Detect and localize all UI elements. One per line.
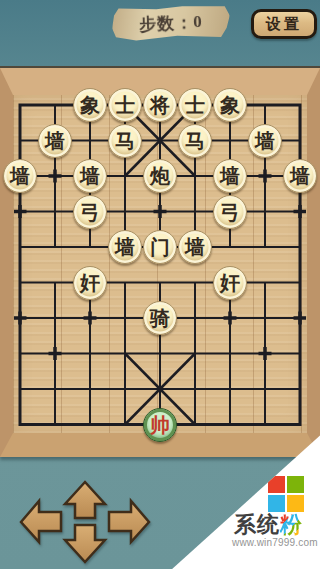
piece-墙: 墙: [178, 230, 212, 264]
piece-象: 象: [73, 88, 107, 122]
piece-士: 士: [108, 88, 142, 122]
settings-button-label: 设置: [266, 15, 302, 34]
piece-骑: 骑: [143, 301, 177, 335]
windows-logo-icon: [268, 476, 305, 513]
steps-counter-plaque: 步数：0: [111, 4, 230, 42]
dpad-left-button[interactable]: [21, 501, 61, 542]
brand-prefix: 系统: [234, 512, 280, 537]
dpad-up-button[interactable]: [65, 482, 105, 518]
brand-name: 系统粉: [234, 510, 318, 540]
piece-象: 象: [213, 88, 247, 122]
piece-奸: 奸: [213, 266, 247, 300]
piece-门: 门: [143, 230, 177, 264]
dpad: [18, 478, 154, 566]
piece-士: 士: [178, 88, 212, 122]
brand-suffix: 粉: [280, 512, 303, 537]
piece-弓: 弓: [73, 195, 107, 229]
piece-墙: 墙: [283, 159, 317, 193]
game-screen: 步数：0 设置 象士将士象墙马马墙墙墙炮墙墙弓弓墙门墙奸奸骑帅 系统粉 www.…: [0, 0, 320, 569]
piece-帅[interactable]: 帅: [143, 408, 177, 442]
piece-墙: 墙: [213, 159, 247, 193]
piece-奸: 奸: [73, 266, 107, 300]
piece-墙: 墙: [38, 124, 72, 158]
piece-马: 马: [108, 124, 142, 158]
steps-separator: ：: [175, 11, 194, 35]
steps-label: 步数: [139, 11, 176, 35]
piece-马: 马: [178, 124, 212, 158]
logo-square-green: [287, 476, 304, 493]
piece-墙: 墙: [73, 159, 107, 193]
piece-炮: 炮: [143, 159, 177, 193]
piece-将: 将: [143, 88, 177, 122]
logo-square-red: [268, 476, 285, 493]
piece-弓: 弓: [213, 195, 247, 229]
steps-value: 0: [193, 12, 203, 32]
brand-url: www.win7999.com: [232, 537, 318, 548]
settings-button[interactable]: 设置: [251, 9, 317, 39]
piece-墙: 墙: [248, 124, 282, 158]
dpad-down-button[interactable]: [65, 525, 105, 562]
piece-墙: 墙: [108, 230, 142, 264]
dpad-right-button[interactable]: [109, 501, 149, 542]
piece-墙: 墙: [3, 159, 37, 193]
